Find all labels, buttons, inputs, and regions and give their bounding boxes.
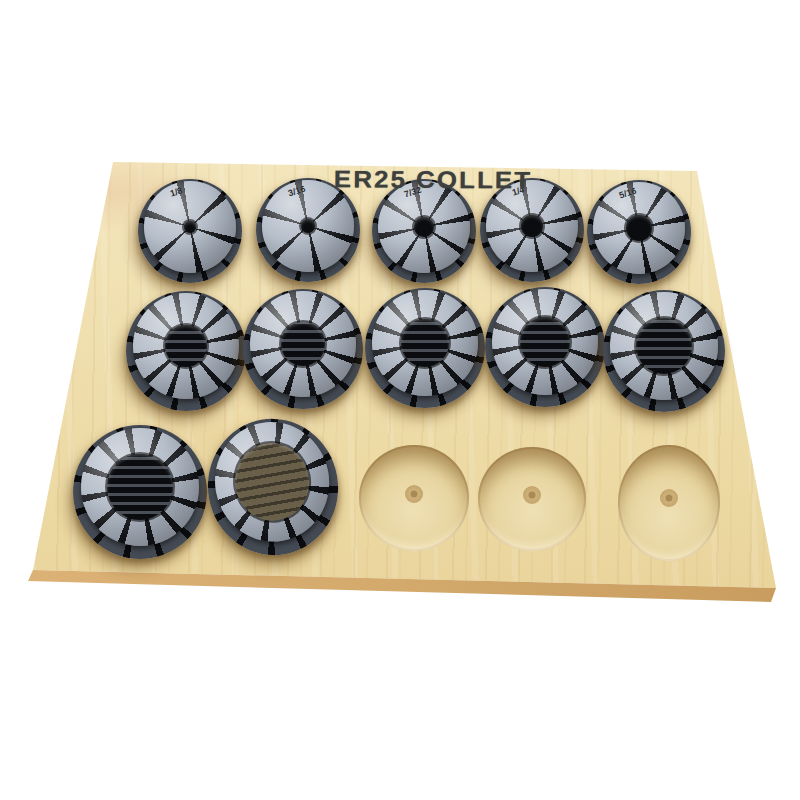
- collet-bore: [636, 318, 692, 374]
- collet-bore: [301, 219, 315, 233]
- collet-r2-c3: [365, 288, 485, 408]
- collet-r2-c5: [603, 290, 725, 412]
- collet-bore: [414, 217, 434, 237]
- drill-point-dimple: [405, 485, 423, 503]
- collet-face: [133, 293, 239, 399]
- collet-r1-c5-5/16: 5/16: [587, 180, 691, 284]
- collet-face: 1/8: [144, 181, 236, 273]
- empty-hole-r3-c4: [478, 447, 586, 551]
- empty-hole-r3-c3: [359, 445, 469, 551]
- collet-bore: [401, 319, 449, 367]
- collet-r3-c1: [73, 425, 207, 559]
- board-title: ER25 COLLET: [334, 165, 532, 195]
- collet-r2-c4: [485, 287, 605, 407]
- collet-r1-c1-1/8: 1/8: [138, 179, 242, 283]
- collet-r2-c2: [243, 289, 363, 409]
- collet-face: [610, 292, 717, 399]
- collet-face: [81, 428, 199, 546]
- drill-point-dimple: [523, 486, 541, 504]
- collet-bore: [107, 454, 173, 520]
- collet-face: [250, 291, 356, 397]
- collet-face: [372, 290, 478, 396]
- collet-bore: [165, 325, 207, 367]
- collet-bore: [521, 215, 543, 237]
- drill-point-dimple: [660, 489, 678, 507]
- collet-face: 7/32: [378, 181, 470, 273]
- collet-face: 5/16: [593, 182, 685, 274]
- collet-bore: [184, 221, 196, 233]
- collet-face: [492, 289, 598, 395]
- empty-hole-r3-c5: [618, 445, 720, 561]
- collet-r2-c1: [126, 291, 246, 411]
- collet-bore: [281, 322, 325, 366]
- product-photo: ER25 COLLET 1/83/167/321/45/16: [0, 0, 800, 800]
- collet-bore: [520, 317, 570, 367]
- collet-bore: [626, 215, 652, 241]
